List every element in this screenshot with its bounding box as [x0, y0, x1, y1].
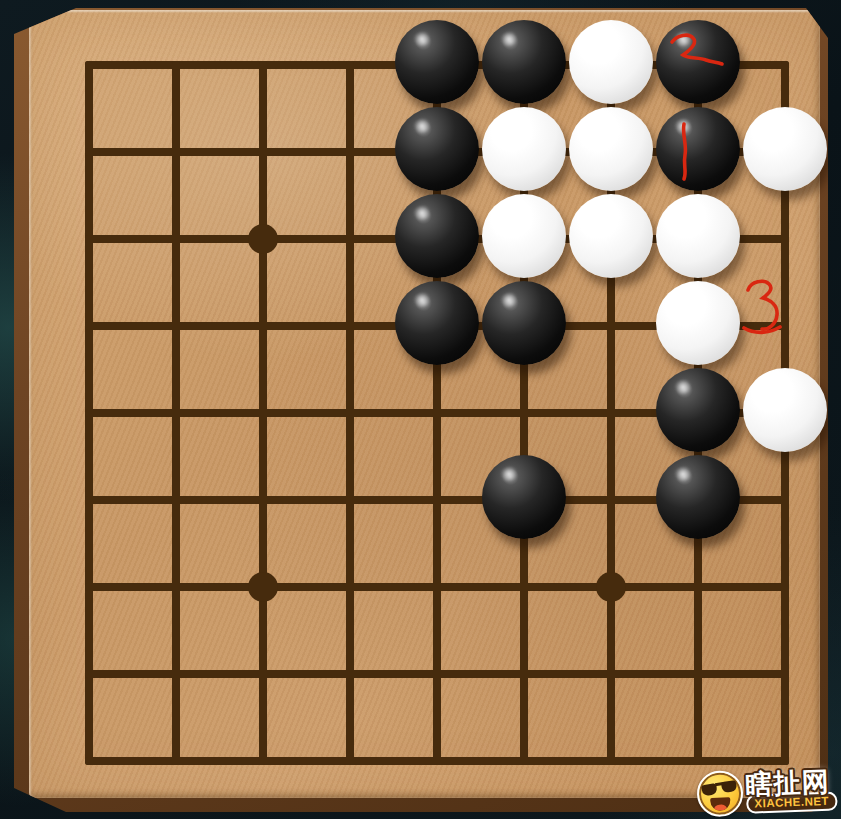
laughing-mouth [711, 797, 731, 811]
hand-drawn-mark-1 [676, 121, 694, 183]
star-point [596, 572, 626, 602]
stone-black-E6 [395, 281, 479, 365]
stone-black-E7 [395, 194, 479, 278]
stone-white-J8 [743, 107, 827, 191]
grid-line-horizontal [85, 583, 789, 591]
watermark-text-block: 瞎扯网 XIACHE.NET [746, 769, 838, 814]
stone-white-G7 [569, 194, 653, 278]
stone-black-E8 [395, 107, 479, 191]
star-point [248, 572, 278, 602]
stone-black-F4 [482, 455, 566, 539]
stone-white-G9 [569, 20, 653, 104]
stone-white-J5 [743, 368, 827, 452]
go-board [14, 8, 828, 812]
watermark-xiache: 瞎扯网 XIACHE.NET [697, 767, 838, 818]
sunglasses-icon [701, 780, 737, 797]
hand-drawn-mark-3 [738, 277, 796, 341]
stone-black-H8 [656, 107, 740, 191]
stone-white-F8 [482, 107, 566, 191]
stone-black-H4 [656, 455, 740, 539]
stone-white-H6 [656, 281, 740, 365]
grid-line-horizontal [85, 670, 789, 678]
grid-line-horizontal [85, 757, 789, 765]
stone-black-F6 [482, 281, 566, 365]
sunglasses-lens-right [721, 780, 738, 793]
stone-white-F7 [482, 194, 566, 278]
tongue [714, 804, 728, 810]
stone-black-F9 [482, 20, 566, 104]
screenshot-stage: 瞎扯网 XIACHE.NET [0, 0, 841, 819]
stone-black-E9 [395, 20, 479, 104]
star-point [248, 224, 278, 254]
stone-black-H5 [656, 368, 740, 452]
stone-white-H7 [656, 194, 740, 278]
sunglasses-lens-left [701, 783, 718, 796]
stone-white-G8 [569, 107, 653, 191]
sunglasses-laughing-emoji-icon [697, 770, 745, 818]
hand-drawn-mark-2 [668, 33, 726, 69]
